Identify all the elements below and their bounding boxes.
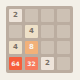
- cell-r2c2: [41, 41, 54, 54]
- cell-r2c3: [57, 41, 70, 54]
- cell-r2c1: 8: [25, 41, 38, 54]
- cell-r0c2: [41, 9, 54, 22]
- cell-r0c3: [57, 9, 70, 22]
- cell-r0c0: 2: [9, 9, 22, 22]
- cell-r3c0: 64: [9, 57, 22, 70]
- cell-r2c0: 4: [9, 41, 22, 54]
- cell-r1c3: [57, 25, 70, 38]
- cell-r3c2: 2: [41, 57, 54, 70]
- cell-r3c1: 32: [25, 57, 38, 70]
- cell-r3c3: [57, 57, 70, 70]
- cell-r1c2: [41, 25, 54, 38]
- cell-r1c0: [9, 25, 22, 38]
- cell-r0c1: [25, 9, 38, 22]
- page-background: 2 4 4 8 64 32 2: [0, 0, 80, 80]
- cell-r1c1: 4: [25, 25, 38, 38]
- game-board-2048[interactable]: 2 4 4 8 64 32 2: [6, 6, 73, 73]
